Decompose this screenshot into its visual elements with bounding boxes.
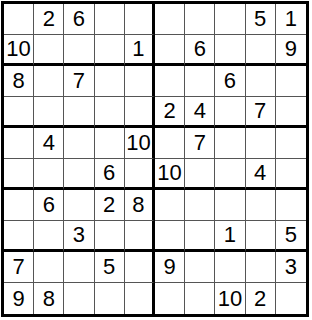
cell-r1c7-empty[interactable] [185,4,215,35]
cell-r6c10-empty[interactable] [276,159,306,190]
cell-r6c1-empty[interactable] [4,159,34,190]
cell-r2c9-empty[interactable] [246,35,276,66]
cell-r2c3-empty[interactable] [64,35,94,66]
cell-r1c5-empty[interactable] [125,4,155,35]
cell-r6c4-given: 6 [95,159,125,190]
cell-r9c5-empty[interactable] [125,252,155,283]
cell-r8c8-given: 1 [215,221,245,252]
cell-r8c1-empty[interactable] [4,221,34,252]
cell-r10c2-given: 8 [34,283,64,314]
cell-r9c10-given: 3 [276,252,306,283]
cell-r5c1-empty[interactable] [4,128,34,159]
cell-r8c5-empty[interactable] [125,221,155,252]
cell-r2c10-given: 9 [276,35,306,66]
sudoku-board: 26511016987624741076104628315759398102 [1,1,309,317]
cell-r10c9-given: 2 [246,283,276,314]
cell-r1c2-given: 2 [34,4,64,35]
cell-r8c3-given: 3 [64,221,94,252]
cell-r5c3-empty[interactable] [64,128,94,159]
cell-r7c8-empty[interactable] [215,190,245,221]
cell-r7c1-empty[interactable] [4,190,34,221]
cell-r5c7-given: 7 [185,128,215,159]
cell-r10c7-empty[interactable] [185,283,215,314]
cell-r8c7-empty[interactable] [185,221,215,252]
cell-r4c9-given: 7 [246,97,276,128]
cell-r3c10-empty[interactable] [276,66,306,97]
cell-r8c10-given: 5 [276,221,306,252]
cell-r7c5-given: 8 [125,190,155,221]
cell-r5c9-empty[interactable] [246,128,276,159]
cell-r7c10-empty[interactable] [276,190,306,221]
cell-r2c2-empty[interactable] [34,35,64,66]
cell-r9c6-given: 9 [155,252,185,283]
cell-r3c4-empty[interactable] [95,66,125,97]
cell-r7c9-empty[interactable] [246,190,276,221]
cell-r5c6-empty[interactable] [155,128,185,159]
cell-r2c8-empty[interactable] [215,35,245,66]
cell-r6c5-empty[interactable] [125,159,155,190]
cell-r1c3-given: 6 [64,4,94,35]
cell-r1c1-empty[interactable] [4,4,34,35]
cell-r9c2-empty[interactable] [34,252,64,283]
cell-r1c9-given: 5 [246,4,276,35]
cell-r6c7-empty[interactable] [185,159,215,190]
cell-r1c6-empty[interactable] [155,4,185,35]
sudoku-board-wrapper: 26511016987624741076104628315759398102 [1,1,309,317]
cell-r8c9-empty[interactable] [246,221,276,252]
cell-r5c5-given: 10 [125,128,155,159]
cell-r1c4-empty[interactable] [95,4,125,35]
cell-r10c5-empty[interactable] [125,283,155,314]
cell-r4c1-empty[interactable] [4,97,34,128]
cell-r10c6-empty[interactable] [155,283,185,314]
cell-r4c10-empty[interactable] [276,97,306,128]
cell-r1c10-given: 1 [276,4,306,35]
cell-r4c2-empty[interactable] [34,97,64,128]
cell-r10c8-given: 10 [215,283,245,314]
cell-r3c8-given: 6 [215,66,245,97]
cell-r4c8-empty[interactable] [215,97,245,128]
cell-r2c6-empty[interactable] [155,35,185,66]
cell-r9c4-given: 5 [95,252,125,283]
cell-r5c2-given: 4 [34,128,64,159]
cell-r4c5-empty[interactable] [125,97,155,128]
cell-r10c3-empty[interactable] [64,283,94,314]
cell-r8c6-empty[interactable] [155,221,185,252]
cell-r2c5-given: 1 [125,35,155,66]
cell-r4c4-empty[interactable] [95,97,125,128]
cell-r9c3-empty[interactable] [64,252,94,283]
cell-r8c2-empty[interactable] [34,221,64,252]
cell-r4c6-given: 2 [155,97,185,128]
cell-r7c2-given: 6 [34,190,64,221]
cell-r6c8-empty[interactable] [215,159,245,190]
cell-r3c1-given: 8 [4,66,34,97]
cell-r10c1-given: 9 [4,283,34,314]
cell-r10c10-empty[interactable] [276,283,306,314]
cell-r2c7-given: 6 [185,35,215,66]
cell-r3c2-empty[interactable] [34,66,64,97]
cell-r6c6-given: 10 [155,159,185,190]
cell-r5c4-empty[interactable] [95,128,125,159]
cell-r10c4-empty[interactable] [95,283,125,314]
cell-r1c8-empty[interactable] [215,4,245,35]
cell-r3c9-empty[interactable] [246,66,276,97]
cell-r3c7-empty[interactable] [185,66,215,97]
cell-r9c9-empty[interactable] [246,252,276,283]
cell-r5c8-empty[interactable] [215,128,245,159]
cell-r2c1-given: 10 [4,35,34,66]
cell-r7c7-empty[interactable] [185,190,215,221]
cell-r3c5-empty[interactable] [125,66,155,97]
cell-r2c4-empty[interactable] [95,35,125,66]
cell-r4c3-empty[interactable] [64,97,94,128]
cell-r7c6-empty[interactable] [155,190,185,221]
cell-r6c9-given: 4 [246,159,276,190]
cell-r9c1-given: 7 [4,252,34,283]
cell-r6c2-empty[interactable] [34,159,64,190]
cell-r9c8-empty[interactable] [215,252,245,283]
cell-r4c7-given: 4 [185,97,215,128]
cell-r8c4-empty[interactable] [95,221,125,252]
cell-r9c7-empty[interactable] [185,252,215,283]
cell-r3c3-given: 7 [64,66,94,97]
cell-r5c10-empty[interactable] [276,128,306,159]
cell-r3c6-empty[interactable] [155,66,185,97]
cell-r6c3-empty[interactable] [64,159,94,190]
cell-r7c3-empty[interactable] [64,190,94,221]
cell-r7c4-given: 2 [95,190,125,221]
